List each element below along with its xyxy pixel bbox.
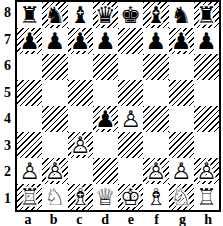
chess-board: ♜♞♝♛♚♝♞♜♟♟♟♟♟♟♟♟♙♙♙♙♙♙♙♖♘♗♕♔♗♘♖ xyxy=(15,0,221,212)
square-c2[interactable] xyxy=(68,158,93,184)
rank-labels: 87654321 xyxy=(0,0,15,212)
rank-label: 6 xyxy=(0,53,15,80)
square-b4[interactable] xyxy=(42,106,67,132)
square-g1[interactable]: ♘ xyxy=(169,184,194,210)
square-d5[interactable] xyxy=(93,80,118,106)
piece-black-pawn: ♟ xyxy=(19,30,40,53)
square-e7[interactable] xyxy=(118,28,143,54)
piece-white-pawn: ♙ xyxy=(70,134,91,157)
square-f5[interactable] xyxy=(143,80,168,106)
rank-label: 3 xyxy=(0,133,15,160)
square-f4[interactable] xyxy=(143,106,168,132)
square-b6[interactable] xyxy=(42,54,67,80)
piece-black-pawn: ♟ xyxy=(70,30,91,53)
file-label: d xyxy=(92,212,118,226)
square-d1[interactable]: ♕ xyxy=(93,184,118,210)
piece-black-knight: ♞ xyxy=(45,4,66,27)
square-d3[interactable] xyxy=(93,132,118,158)
square-f3[interactable] xyxy=(143,132,168,158)
square-a3[interactable] xyxy=(17,132,42,158)
square-b8[interactable]: ♞ xyxy=(42,2,67,28)
piece-white-pawn: ♙ xyxy=(146,160,167,183)
piece-black-pawn: ♟ xyxy=(171,30,192,53)
piece-white-bishop: ♗ xyxy=(146,186,167,209)
square-h8[interactable]: ♜ xyxy=(194,2,219,28)
square-c5[interactable] xyxy=(68,80,93,106)
piece-black-bishop: ♝ xyxy=(70,4,91,27)
file-label: a xyxy=(15,212,41,226)
square-a4[interactable] xyxy=(17,106,42,132)
piece-white-pawn: ♙ xyxy=(196,160,217,183)
square-h7[interactable]: ♟ xyxy=(194,28,219,54)
square-f1[interactable]: ♗ xyxy=(143,184,168,210)
file-labels: abcdefgh xyxy=(15,212,221,226)
piece-black-pawn: ♟ xyxy=(95,108,116,131)
square-g4[interactable] xyxy=(169,106,194,132)
square-b2[interactable]: ♙ xyxy=(42,158,67,184)
piece-black-pawn: ♟ xyxy=(196,30,217,53)
piece-white-queen: ♕ xyxy=(95,186,116,209)
piece-white-king: ♔ xyxy=(120,186,141,209)
square-c8[interactable]: ♝ xyxy=(68,2,93,28)
square-h1[interactable]: ♖ xyxy=(194,184,219,210)
piece-black-rook: ♜ xyxy=(19,4,40,27)
square-a6[interactable] xyxy=(17,54,42,80)
square-g7[interactable]: ♟ xyxy=(169,28,194,54)
piece-black-pawn: ♟ xyxy=(146,30,167,53)
file-label: b xyxy=(41,212,67,226)
file-label: e xyxy=(118,212,144,226)
piece-white-bishop: ♗ xyxy=(70,186,91,209)
square-g2[interactable]: ♙ xyxy=(169,158,194,184)
square-c1[interactable]: ♗ xyxy=(68,184,93,210)
square-h4[interactable] xyxy=(194,106,219,132)
square-e2[interactable] xyxy=(118,158,143,184)
square-h6[interactable] xyxy=(194,54,219,80)
square-e6[interactable] xyxy=(118,54,143,80)
piece-white-pawn: ♙ xyxy=(45,160,66,183)
square-a2[interactable]: ♙ xyxy=(17,158,42,184)
square-a8[interactable]: ♜ xyxy=(17,2,42,28)
rank-label: 4 xyxy=(0,106,15,133)
file-label: h xyxy=(195,212,221,226)
piece-white-pawn: ♙ xyxy=(171,160,192,183)
square-b1[interactable]: ♘ xyxy=(42,184,67,210)
square-f2[interactable]: ♙ xyxy=(143,158,168,184)
square-e3[interactable] xyxy=(118,132,143,158)
square-g3[interactable] xyxy=(169,132,194,158)
square-d7[interactable]: ♟ xyxy=(93,28,118,54)
rank-label: 5 xyxy=(0,80,15,107)
square-c7[interactable]: ♟ xyxy=(68,28,93,54)
square-d4[interactable]: ♟ xyxy=(93,106,118,132)
square-b5[interactable] xyxy=(42,80,67,106)
square-e5[interactable] xyxy=(118,80,143,106)
rank-label: 7 xyxy=(0,27,15,54)
square-c6[interactable] xyxy=(68,54,93,80)
file-label: f xyxy=(144,212,170,226)
rank-label: 1 xyxy=(0,186,15,213)
piece-white-pawn: ♙ xyxy=(19,160,40,183)
square-d2[interactable] xyxy=(93,158,118,184)
piece-black-pawn: ♟ xyxy=(95,30,116,53)
piece-white-pawn: ♙ xyxy=(120,108,141,131)
square-e1[interactable]: ♔ xyxy=(118,184,143,210)
rank-label: 8 xyxy=(0,0,15,27)
chess-diagram: 87654321 ♜♞♝♛♚♝♞♜♟♟♟♟♟♟♟♟♙♙♙♙♙♙♙♖♘♗♕♔♗♘♖… xyxy=(0,0,223,226)
square-b3[interactable] xyxy=(42,132,67,158)
square-d8[interactable]: ♛ xyxy=(93,2,118,28)
square-g8[interactable]: ♞ xyxy=(169,2,194,28)
piece-black-bishop: ♝ xyxy=(146,4,167,27)
square-g6[interactable] xyxy=(169,54,194,80)
square-f6[interactable] xyxy=(143,54,168,80)
square-h5[interactable] xyxy=(194,80,219,106)
square-e8[interactable]: ♚ xyxy=(118,2,143,28)
piece-black-king: ♚ xyxy=(120,4,141,27)
square-c4[interactable] xyxy=(68,106,93,132)
piece-black-pawn: ♟ xyxy=(45,30,66,53)
square-e4[interactable]: ♙ xyxy=(118,106,143,132)
square-c3[interactable]: ♙ xyxy=(68,132,93,158)
square-h3[interactable] xyxy=(194,132,219,158)
piece-black-rook: ♜ xyxy=(196,4,217,27)
piece-white-knight: ♘ xyxy=(171,186,192,209)
file-label: c xyxy=(67,212,93,226)
square-f7[interactable]: ♟ xyxy=(143,28,168,54)
square-f8[interactable]: ♝ xyxy=(143,2,168,28)
piece-white-knight: ♘ xyxy=(45,186,66,209)
piece-black-queen: ♛ xyxy=(95,4,116,27)
rank-label: 2 xyxy=(0,159,15,186)
square-a1[interactable]: ♖ xyxy=(17,184,42,210)
square-a7[interactable]: ♟ xyxy=(17,28,42,54)
square-b7[interactable]: ♟ xyxy=(42,28,67,54)
square-g5[interactable] xyxy=(169,80,194,106)
file-label: g xyxy=(170,212,196,226)
piece-white-rook: ♖ xyxy=(196,186,217,209)
square-a5[interactable] xyxy=(17,80,42,106)
square-h2[interactable]: ♙ xyxy=(194,158,219,184)
piece-white-rook: ♖ xyxy=(19,186,40,209)
square-d6[interactable] xyxy=(93,54,118,80)
piece-black-knight: ♞ xyxy=(171,4,192,27)
